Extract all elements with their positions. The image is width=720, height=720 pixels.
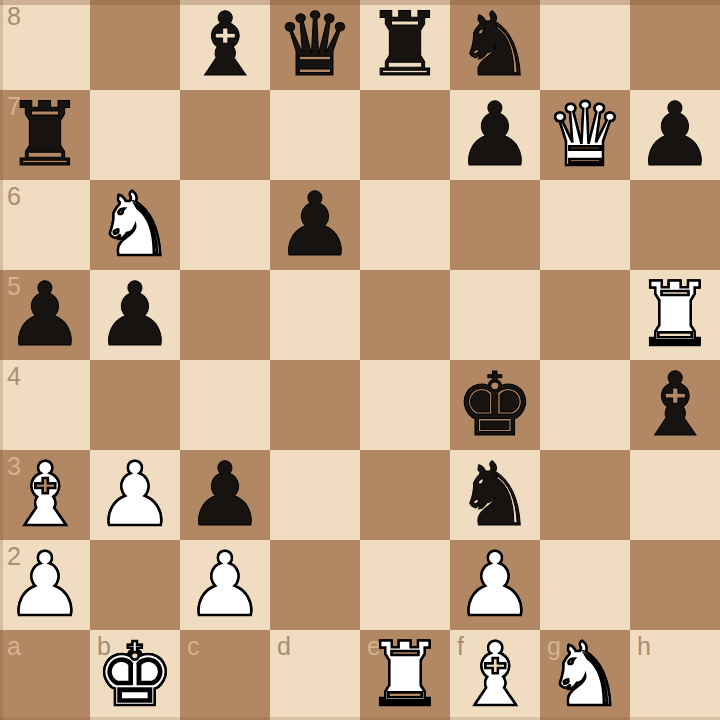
square-c3[interactable]: ♟ <box>180 450 270 540</box>
square-c2[interactable]: ♟ <box>180 540 270 630</box>
file-label-d: d <box>277 633 291 661</box>
piece-black-king[interactable]: ♚ <box>456 360 535 450</box>
square-g3[interactable] <box>540 450 630 540</box>
piece-black-pawn[interactable]: ♟ <box>6 270 85 360</box>
square-e4[interactable] <box>360 360 450 450</box>
square-c4[interactable] <box>180 360 270 450</box>
square-c1[interactable]: c <box>180 630 270 720</box>
square-g2[interactable] <box>540 540 630 630</box>
square-e5[interactable] <box>360 270 450 360</box>
piece-white-knight[interactable]: ♞ <box>96 180 175 270</box>
square-b8[interactable] <box>90 0 180 90</box>
square-a8[interactable]: 8 <box>0 0 90 90</box>
rank-label-6: 6 <box>7 183 21 211</box>
piece-white-pawn[interactable]: ♟ <box>186 540 265 630</box>
piece-black-pawn[interactable]: ♟ <box>636 90 715 180</box>
square-d6[interactable]: ♟ <box>270 180 360 270</box>
square-e8[interactable]: ♜ <box>360 0 450 90</box>
square-a2[interactable]: 2♟ <box>0 540 90 630</box>
square-d2[interactable] <box>270 540 360 630</box>
square-d4[interactable] <box>270 360 360 450</box>
square-d5[interactable] <box>270 270 360 360</box>
square-h8[interactable] <box>630 0 720 90</box>
square-d7[interactable] <box>270 90 360 180</box>
square-a7[interactable]: 7♜ <box>0 90 90 180</box>
square-g1[interactable]: g♞ <box>540 630 630 720</box>
piece-white-pawn[interactable]: ♟ <box>6 540 85 630</box>
square-h2[interactable] <box>630 540 720 630</box>
square-b5[interactable]: ♟ <box>90 270 180 360</box>
square-e2[interactable] <box>360 540 450 630</box>
square-d1[interactable]: d <box>270 630 360 720</box>
piece-black-pawn[interactable]: ♟ <box>186 450 265 540</box>
piece-black-pawn[interactable]: ♟ <box>456 90 535 180</box>
square-f4[interactable]: ♚ <box>450 360 540 450</box>
square-g6[interactable] <box>540 180 630 270</box>
square-g7[interactable]: ♛ <box>540 90 630 180</box>
piece-black-rook[interactable]: ♜ <box>366 0 445 90</box>
file-label-h: h <box>637 633 651 661</box>
square-f8[interactable]: ♞ <box>450 0 540 90</box>
chess-board: 8♝♛♜♞7♜♟♛♟6♞♟5♟♟♜4♚♝3♝♟♟♞2♟♟♟ab♚cde♜f♝g♞… <box>0 0 720 720</box>
file-label-a: a <box>7 633 21 661</box>
piece-white-bishop[interactable]: ♝ <box>456 630 535 720</box>
piece-black-pawn[interactable]: ♟ <box>96 270 175 360</box>
piece-black-queen[interactable]: ♛ <box>276 0 355 90</box>
piece-black-bishop[interactable]: ♝ <box>636 360 715 450</box>
piece-white-rook[interactable]: ♜ <box>366 630 445 720</box>
square-f7[interactable]: ♟ <box>450 90 540 180</box>
square-d3[interactable] <box>270 450 360 540</box>
square-f3[interactable]: ♞ <box>450 450 540 540</box>
piece-white-king[interactable]: ♚ <box>96 630 175 720</box>
square-e3[interactable] <box>360 450 450 540</box>
square-f2[interactable]: ♟ <box>450 540 540 630</box>
square-h3[interactable] <box>630 450 720 540</box>
square-c5[interactable] <box>180 270 270 360</box>
piece-white-pawn[interactable]: ♟ <box>456 540 535 630</box>
square-b7[interactable] <box>90 90 180 180</box>
square-g5[interactable] <box>540 270 630 360</box>
piece-white-pawn[interactable]: ♟ <box>96 450 175 540</box>
square-a1[interactable]: a <box>0 630 90 720</box>
square-f5[interactable] <box>450 270 540 360</box>
square-h6[interactable] <box>630 180 720 270</box>
square-h7[interactable]: ♟ <box>630 90 720 180</box>
piece-black-bishop[interactable]: ♝ <box>186 0 265 90</box>
piece-black-rook[interactable]: ♜ <box>6 90 85 180</box>
square-b4[interactable] <box>90 360 180 450</box>
file-label-c: c <box>187 633 200 661</box>
square-f6[interactable] <box>450 180 540 270</box>
square-c8[interactable]: ♝ <box>180 0 270 90</box>
square-h1[interactable]: h <box>630 630 720 720</box>
piece-black-pawn[interactable]: ♟ <box>276 180 355 270</box>
square-a5[interactable]: 5♟ <box>0 270 90 360</box>
piece-white-rook[interactable]: ♜ <box>636 270 715 360</box>
square-b2[interactable] <box>90 540 180 630</box>
square-g4[interactable] <box>540 360 630 450</box>
square-c7[interactable] <box>180 90 270 180</box>
square-a6[interactable]: 6 <box>0 180 90 270</box>
square-b6[interactable]: ♞ <box>90 180 180 270</box>
square-g8[interactable] <box>540 0 630 90</box>
square-f1[interactable]: f♝ <box>450 630 540 720</box>
square-h4[interactable]: ♝ <box>630 360 720 450</box>
piece-white-queen[interactable]: ♛ <box>546 90 625 180</box>
square-b1[interactable]: b♚ <box>90 630 180 720</box>
piece-black-knight[interactable]: ♞ <box>456 450 535 540</box>
square-e6[interactable] <box>360 180 450 270</box>
square-d8[interactable]: ♛ <box>270 0 360 90</box>
square-e7[interactable] <box>360 90 450 180</box>
square-a4[interactable]: 4 <box>0 360 90 450</box>
rank-label-4: 4 <box>7 363 21 391</box>
square-c6[interactable] <box>180 180 270 270</box>
square-b3[interactable]: ♟ <box>90 450 180 540</box>
square-h5[interactable]: ♜ <box>630 270 720 360</box>
piece-white-bishop[interactable]: ♝ <box>6 450 85 540</box>
rank-label-8: 8 <box>7 3 21 31</box>
square-a3[interactable]: 3♝ <box>0 450 90 540</box>
piece-black-knight[interactable]: ♞ <box>456 0 535 90</box>
piece-white-knight[interactable]: ♞ <box>546 630 625 720</box>
square-e1[interactable]: e♜ <box>360 630 450 720</box>
